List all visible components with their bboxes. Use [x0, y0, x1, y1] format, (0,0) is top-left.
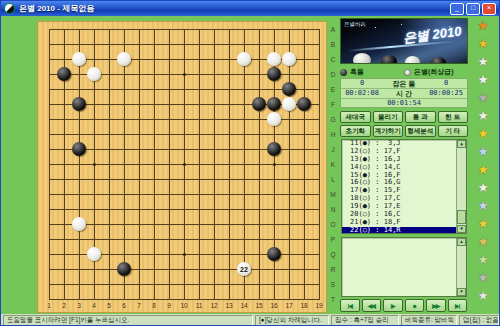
- title-bar: 은별 2010 - 제목없음 _ □ ×: [1, 1, 499, 16]
- total-time-row: 00:01:54: [341, 99, 467, 109]
- flower-disabled-icon[interactable]: ★: [472, 269, 494, 286]
- row-label: D: [327, 71, 339, 78]
- banner-black-stone: [381, 55, 397, 64]
- banner-black-stone-2: [431, 57, 446, 64]
- row-label: B: [327, 41, 339, 48]
- action-buttons: 새대국 물리기 통 과 힌 트 초기화 계가하기 형세분석 기 타: [340, 111, 468, 137]
- white-stone: [237, 52, 251, 66]
- board-grid-line: [229, 29, 230, 300]
- time-label: 시 간: [383, 89, 425, 98]
- row-label: L: [327, 176, 339, 183]
- banner-streak: [347, 40, 457, 52]
- white-stone: [87, 67, 101, 81]
- column-label: 8: [152, 302, 156, 309]
- row-label: T: [327, 296, 339, 303]
- scales-star-icon[interactable]: ★: [472, 107, 494, 124]
- go-board[interactable]: 1234567891011121314151617181922: [37, 21, 327, 313]
- new-game-button[interactable]: 새대국: [340, 111, 371, 123]
- black-stone: [72, 97, 86, 111]
- move-list-item[interactable]: 22(○) : 14,R: [342, 227, 457, 233]
- app-banner: 은별바둑 은별 2010: [340, 18, 468, 64]
- close-button[interactable]: ×: [482, 3, 496, 15]
- move-list-rows: 11(●) : 3,J12(○) : 17,F13(●) : 16,J14(○)…: [342, 140, 457, 233]
- column-label: 14: [240, 302, 247, 309]
- flag-star-icon[interactable]: ★: [472, 179, 494, 196]
- column-label: 16: [270, 302, 277, 309]
- black-stone: [297, 97, 311, 111]
- banner-app-name: 은별바둑: [344, 21, 366, 28]
- row-label: C: [327, 56, 339, 63]
- row-label: A: [327, 26, 339, 33]
- black-captures: 0: [341, 79, 383, 88]
- board-grid-line: [49, 209, 320, 210]
- column-label: 19: [315, 302, 322, 309]
- banner-white-stone: [353, 53, 371, 64]
- board-grid-line: [49, 299, 320, 300]
- bird-star-icon[interactable]: ★: [472, 251, 494, 268]
- column-label: 17: [285, 302, 292, 309]
- board-row-labels: ABCDEFGHJKLMNOPQRST: [327, 21, 339, 313]
- white-stone: [282, 52, 296, 66]
- last-move-button[interactable]: ▶|: [448, 299, 468, 312]
- board-grid-line: [199, 29, 200, 300]
- status-komi: 덤(집) : 없음: [459, 315, 499, 326]
- white-player: 은별(최상급): [404, 67, 468, 77]
- column-label: 13: [225, 302, 232, 309]
- analysis-button[interactable]: 형세분석: [405, 125, 436, 137]
- white-stone: [282, 97, 296, 111]
- black-stone: [117, 262, 131, 276]
- pass-button[interactable]: 통 과: [405, 111, 436, 123]
- total-time: 00:01:54: [341, 99, 467, 109]
- web-star-icon[interactable]: ★: [472, 197, 494, 214]
- row-label: H: [327, 131, 339, 138]
- board-grid-line: [49, 239, 320, 240]
- blank-disabled-icon[interactable]: ★: [472, 287, 494, 304]
- black-player: 흑돌: [340, 67, 404, 77]
- reset-button[interactable]: 초기화: [340, 125, 371, 137]
- column-label: 12: [210, 302, 217, 309]
- column-label: 9: [167, 302, 171, 309]
- hint-button[interactable]: 힌 트: [438, 111, 469, 123]
- back-button[interactable]: ◀◀: [362, 299, 382, 312]
- first-move-button[interactable]: |◀: [340, 299, 360, 312]
- globe-star-icon[interactable]: ★: [472, 143, 494, 160]
- column-label: 7: [137, 302, 141, 309]
- column-label: 5: [107, 302, 111, 309]
- star-point: [273, 163, 276, 166]
- row-label: O: [327, 221, 339, 228]
- black-stone: [72, 142, 86, 156]
- game-info-box: 0 잡은 돌 0 00:02:08 시 간 00:00:25 00:01:54: [340, 78, 468, 108]
- board-grid-line: [49, 224, 320, 225]
- row-label: P: [327, 236, 339, 243]
- black-stone: [267, 97, 281, 111]
- help-star-icon[interactable]: ★: [472, 161, 494, 178]
- star-point: [93, 163, 96, 166]
- status-game-type: 바둑종류: 맞바둑: [401, 315, 457, 326]
- comment-list-scrollbar[interactable]: ▲ ▼: [456, 238, 466, 296]
- white-stone: [117, 52, 131, 66]
- white-stone: [72, 52, 86, 66]
- window-title: 은별 2010 - 제목없음: [19, 3, 448, 14]
- forward-button[interactable]: ▶▶: [426, 299, 446, 312]
- blank-star-icon[interactable]: ★: [472, 71, 494, 88]
- board-grid-line: [49, 194, 320, 195]
- row-label: Q: [327, 251, 339, 258]
- status-bar: 도움말을 표시하려면 [F1]키를 누르십시오. [●]당신의 차례입니다. 집…: [1, 314, 500, 326]
- white-stone: [267, 52, 281, 66]
- new-game-star-icon[interactable]: ★: [472, 17, 494, 34]
- column-label: 4: [92, 302, 96, 309]
- player-row: 흑돌 은별(최상급): [340, 67, 468, 77]
- scroll-up-icon[interactable]: ▲: [457, 238, 466, 246]
- black-stone: [267, 247, 281, 261]
- undo-button[interactable]: 물리기: [373, 111, 404, 123]
- last-move-stone: 22: [237, 262, 251, 276]
- maximize-button[interactable]: □: [466, 3, 480, 15]
- black-stone: [267, 67, 281, 81]
- column-label: 3: [77, 302, 81, 309]
- app-window: 은별 2010 - 제목없음 _ □ × 1234567891011121314…: [0, 0, 500, 326]
- treasure-star-icon[interactable]: ★: [472, 233, 494, 250]
- replay-nav: |◀ ◀◀ ▶ ■ ▶▶ ▶|: [340, 299, 467, 312]
- column-label: 18: [300, 302, 307, 309]
- board-grid-line: [49, 284, 320, 285]
- column-label: 10: [180, 302, 187, 309]
- side-toolbar: ★★★★★★★★★★★★★★★★: [472, 17, 498, 305]
- black-time: 00:02:08: [341, 89, 383, 98]
- star-point: [183, 73, 186, 76]
- status-help: 도움말을 표시하려면 [F1]키를 누르십시오.: [3, 315, 253, 326]
- status-score: 집수 : 흑+7집 승리: [331, 315, 399, 326]
- black-stone: [57, 67, 71, 81]
- scroll-up-icon[interactable]: ▲: [457, 140, 466, 148]
- row-label: E: [327, 86, 339, 93]
- stop-button[interactable]: ■: [405, 299, 425, 312]
- row-label: K: [327, 161, 339, 168]
- board-grid-line: [319, 29, 320, 300]
- board-grid-line: [289, 29, 290, 300]
- column-label: 1: [47, 302, 51, 309]
- column-label: 2: [62, 302, 66, 309]
- column-label: 6: [122, 302, 126, 309]
- hand-star-icon[interactable]: ★: [472, 125, 494, 142]
- black-stone: [267, 142, 281, 156]
- board-grid-line: [49, 179, 320, 180]
- move-list-scrollbar[interactable]: ▲ ▼: [456, 140, 466, 233]
- white-stone: [72, 217, 86, 231]
- white-stone: [267, 112, 281, 126]
- comment-list[interactable]: ▲ ▼: [341, 237, 467, 297]
- count-button[interactable]: 계가하기: [373, 125, 404, 137]
- white-player-label: 은별(최상급): [414, 67, 454, 77]
- column-label: 15: [255, 302, 262, 309]
- row-label: G: [327, 116, 339, 123]
- minimize-button[interactable]: _: [450, 3, 464, 15]
- board-grid-line: [304, 29, 305, 300]
- time-row: 00:02:08 시 간 00:00:25: [341, 89, 467, 99]
- board-grid-line: [259, 29, 260, 300]
- row-label: F: [327, 101, 339, 108]
- row-label: S: [327, 281, 339, 288]
- play-button[interactable]: ▶: [383, 299, 403, 312]
- banner-white-stone-2: [405, 56, 420, 64]
- scroll-down-icon[interactable]: ▼: [457, 225, 466, 233]
- board-grid-line: [244, 29, 245, 300]
- open-file-star-icon[interactable]: ★: [472, 35, 494, 52]
- move-list[interactable]: 11(●) : 3,J12(○) : 17,F13(●) : 16,J14(○)…: [341, 139, 467, 234]
- row-label: R: [327, 266, 339, 273]
- board-grid-line: [214, 29, 215, 300]
- row-label: J: [327, 146, 339, 153]
- white-stone: [87, 247, 101, 261]
- black-stone: [252, 97, 266, 111]
- white-stone-icon: [404, 69, 411, 76]
- column-label: 11: [196, 302, 203, 309]
- flower-gray-icon[interactable]: ★: [472, 89, 494, 106]
- star-point: [183, 253, 186, 256]
- etc-button[interactable]: 기 타: [438, 125, 469, 137]
- captures-label: 잡은 돌: [383, 79, 425, 88]
- star-point: [183, 163, 186, 166]
- row-label: M: [327, 191, 339, 198]
- board-grid-line: [49, 269, 320, 270]
- scroll-down-icon[interactable]: ▼: [457, 288, 466, 296]
- row-label: N: [327, 206, 339, 213]
- black-stone: [282, 82, 296, 96]
- black-player-label: 흑돌: [350, 67, 364, 77]
- black-stone-icon: [340, 69, 347, 76]
- save-star-icon[interactable]: ★: [472, 53, 494, 70]
- scroll-thumb[interactable]: [457, 210, 466, 224]
- banana-star-icon[interactable]: ★: [472, 215, 494, 232]
- captures-row: 0 잡은 돌 0: [341, 79, 467, 89]
- status-turn: [●]당신의 차례입니다.: [255, 315, 329, 326]
- white-time: 00:00:25: [425, 89, 467, 98]
- app-icon: [4, 3, 15, 14]
- white-captures: 0: [425, 79, 467, 88]
